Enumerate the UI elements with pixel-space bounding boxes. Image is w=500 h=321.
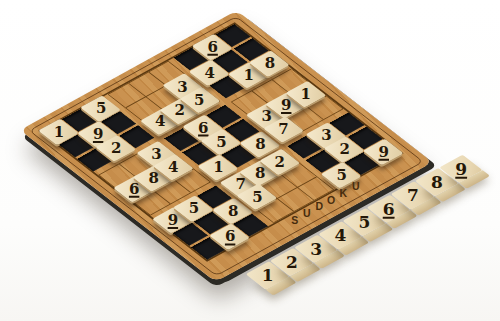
tile-digit: 9 — [92, 127, 102, 142]
brand-letter-5: K — [340, 187, 348, 199]
tile-digit: 9 — [378, 145, 388, 160]
tile-digit: 3 — [321, 128, 331, 143]
tile-digit: 6 — [198, 120, 208, 135]
tray-tile-digit: 4 — [334, 227, 346, 244]
tile-digit: 6 — [207, 40, 217, 55]
tile-digit: 8 — [148, 171, 158, 186]
tile-digit: 6 — [129, 182, 139, 197]
tile-digit: 1 — [301, 87, 311, 102]
tile-digit: 5 — [194, 93, 204, 108]
tile-digit: 9 — [281, 98, 291, 113]
tile-digit: 8 — [255, 165, 265, 180]
tile-digit: 3 — [177, 79, 187, 94]
tile-digit: 8 — [255, 137, 265, 152]
tile-digit: 5 — [336, 168, 346, 183]
tray-tile-digit: 9 — [455, 160, 467, 177]
tile-digit: 2 — [175, 103, 185, 118]
tray-tile-digit: 6 — [382, 200, 394, 217]
tile-digit: 9 — [167, 213, 177, 228]
tray-tile-digit: 7 — [407, 187, 419, 204]
tile-digit: 4 — [168, 160, 178, 175]
tile-digit: 5 — [188, 201, 198, 216]
tray-tile-digit: 8 — [431, 174, 443, 191]
brand-letter-1: S — [291, 214, 298, 226]
tray-tile-digit: 5 — [358, 214, 370, 231]
tile-digit: 6 — [224, 229, 234, 244]
tile-digit: 4 — [204, 65, 214, 80]
tile-digit: 1 — [243, 68, 253, 83]
tile-digit: 4 — [155, 114, 165, 129]
tile-digit: 2 — [111, 141, 121, 156]
tray-tile-digit: 1 — [262, 267, 274, 284]
tile-digit: 2 — [339, 142, 349, 157]
tile-digit: 3 — [261, 109, 271, 124]
tile-digit: 2 — [274, 155, 284, 170]
tile-digit: 5 — [252, 190, 262, 205]
tray-tile-digit: 3 — [310, 240, 322, 257]
brand-letter-4: O — [327, 193, 335, 205]
tile-digit: 5 — [216, 134, 226, 149]
tile-digit: 1 — [53, 124, 63, 139]
tile-digit: 7 — [235, 176, 245, 191]
tile-digit: 8 — [264, 56, 274, 71]
tile-digit: 3 — [151, 147, 161, 162]
tile-digit: 1 — [213, 160, 223, 175]
tray-tile-digit: 2 — [286, 254, 298, 271]
tile-digit: 8 — [227, 204, 237, 219]
brand-letter-3: D — [315, 200, 323, 212]
brand-letter-2: U — [303, 207, 311, 219]
tile-digit: 5 — [95, 101, 105, 116]
brand-letter-6: U — [352, 180, 360, 192]
tile-digit: 7 — [278, 122, 288, 137]
